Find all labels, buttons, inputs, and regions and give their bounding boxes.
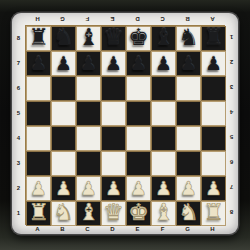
square-a7[interactable]: ♟ [26,51,51,76]
piece-black-king[interactable]: ♚ [128,26,149,49]
square-f5[interactable] [151,101,176,126]
rank-label-right-1: 1 [225,25,238,50]
rank-label-right-4: 4 [225,100,238,125]
square-h5[interactable] [201,101,226,126]
square-e3[interactable] [126,151,151,176]
square-b3[interactable] [51,151,76,176]
rank-label-left-2: 2 [12,175,25,200]
square-c7[interactable]: ♟ [76,51,101,76]
square-e7[interactable]: ♟ [126,51,151,76]
square-d7[interactable]: ♟ [101,51,126,76]
square-c8[interactable]: ♝ [76,26,101,51]
square-h8[interactable]: ♜ [201,26,226,51]
piece-white-bishop[interactable]: ♝ [153,201,174,224]
chess-board-panel: HGFEDCBA ABCDEFGH 87654321 12345678 ♜♞♝♛… [12,13,238,234]
piece-black-pawn[interactable]: ♟ [55,54,72,73]
square-c1[interactable]: ♝ [76,201,101,226]
square-h2[interactable]: ♟ [201,176,226,201]
square-e5[interactable] [126,101,151,126]
rank-label-right-3: 3 [225,75,238,100]
piece-white-pawn[interactable]: ♟ [130,179,147,198]
square-g7[interactable]: ♟ [176,51,201,76]
square-g4[interactable] [176,126,201,151]
piece-black-pawn[interactable]: ♟ [130,54,147,73]
square-f8[interactable]: ♝ [151,26,176,51]
square-d3[interactable] [101,151,126,176]
piece-black-pawn[interactable]: ♟ [80,54,97,73]
piece-black-rook[interactable]: ♜ [203,26,224,49]
rank-label-left-6: 6 [12,75,25,100]
rank-label-left-4: 4 [12,125,25,150]
square-a1[interactable]: ♜ [26,201,51,226]
rank-label-left-1: 1 [12,200,25,225]
square-f6[interactable] [151,76,176,101]
piece-white-pawn[interactable]: ♟ [155,179,172,198]
square-f3[interactable] [151,151,176,176]
piece-white-queen[interactable]: ♛ [103,201,124,224]
piece-black-pawn[interactable]: ♟ [180,54,197,73]
square-h4[interactable] [201,126,226,151]
square-d1[interactable]: ♛ [101,201,126,226]
square-g6[interactable] [176,76,201,101]
piece-white-king[interactable]: ♚ [128,201,149,224]
square-a6[interactable] [26,76,51,101]
square-e6[interactable] [126,76,151,101]
square-b6[interactable] [51,76,76,101]
piece-black-queen[interactable]: ♛ [103,26,124,49]
piece-black-pawn[interactable]: ♟ [205,54,222,73]
square-h1[interactable]: ♜ [201,201,226,226]
square-b4[interactable] [51,126,76,151]
photo-background: HGFEDCBA ABCDEFGH 87654321 12345678 ♜♞♝♛… [0,0,250,250]
piece-white-knight[interactable]: ♞ [53,201,74,224]
square-d8[interactable]: ♛ [101,26,126,51]
piece-black-pawn[interactable]: ♟ [105,54,122,73]
square-h3[interactable] [201,151,226,176]
square-a4[interactable] [26,126,51,151]
piece-white-pawn[interactable]: ♟ [205,179,222,198]
rank-label-right-7: 7 [225,175,238,200]
piece-white-rook[interactable]: ♜ [28,201,49,224]
square-b8[interactable]: ♞ [51,26,76,51]
square-b5[interactable] [51,101,76,126]
piece-white-bishop[interactable]: ♝ [78,201,99,224]
square-a2[interactable]: ♟ [26,176,51,201]
rank-label-right-2: 2 [225,50,238,75]
square-h7[interactable]: ♟ [201,51,226,76]
piece-white-pawn[interactable]: ♟ [55,179,72,198]
square-b2[interactable]: ♟ [51,176,76,201]
piece-black-rook[interactable]: ♜ [28,26,49,49]
piece-black-bishop[interactable]: ♝ [78,26,99,49]
square-b1[interactable]: ♞ [51,201,76,226]
square-b7[interactable]: ♟ [51,51,76,76]
rank-label-left-3: 3 [12,150,25,175]
square-e4[interactable] [126,126,151,151]
square-a5[interactable] [26,101,51,126]
square-g2[interactable]: ♟ [176,176,201,201]
square-d5[interactable] [101,101,126,126]
square-d2[interactable]: ♟ [101,176,126,201]
rank-labels-left: 87654321 [12,25,25,225]
rank-label-right-8: 8 [225,200,238,225]
square-a8[interactable]: ♜ [26,26,51,51]
piece-white-pawn[interactable]: ♟ [30,179,47,198]
piece-black-pawn[interactable]: ♟ [155,54,172,73]
square-g8[interactable]: ♞ [176,26,201,51]
piece-black-knight[interactable]: ♞ [178,26,199,49]
piece-white-pawn[interactable]: ♟ [105,179,122,198]
rank-label-right-5: 5 [225,125,238,150]
piece-white-knight[interactable]: ♞ [178,201,199,224]
piece-black-pawn[interactable]: ♟ [30,54,47,73]
square-f4[interactable] [151,126,176,151]
piece-white-pawn[interactable]: ♟ [80,179,97,198]
rank-label-left-7: 7 [12,50,25,75]
square-e1[interactable]: ♚ [126,201,151,226]
square-h6[interactable] [201,76,226,101]
square-c2[interactable]: ♟ [76,176,101,201]
rank-label-left-8: 8 [12,25,25,50]
square-e8[interactable]: ♚ [126,26,151,51]
square-a3[interactable] [26,151,51,176]
square-c6[interactable] [76,76,101,101]
square-g3[interactable] [176,151,201,176]
square-f7[interactable]: ♟ [151,51,176,76]
square-f2[interactable]: ♟ [151,176,176,201]
square-d4[interactable] [101,126,126,151]
square-e2[interactable]: ♟ [126,176,151,201]
square-c3[interactable] [76,151,101,176]
square-d6[interactable] [101,76,126,101]
chess-grid: ♜♞♝♛♚♝♞♜♟♟♟♟♟♟♟♟♟♟♟♟♟♟♟♟♜♞♝♛♚♝♞♜ [25,25,225,225]
rank-labels-right: 12345678 [225,25,238,225]
square-c4[interactable] [76,126,101,151]
square-g5[interactable] [176,101,201,126]
piece-black-knight[interactable]: ♞ [53,26,74,49]
piece-white-rook[interactable]: ♜ [203,201,224,224]
square-g1[interactable]: ♞ [176,201,201,226]
square-f1[interactable]: ♝ [151,201,176,226]
rank-label-right-6: 6 [225,150,238,175]
square-c5[interactable] [76,101,101,126]
piece-black-bishop[interactable]: ♝ [153,26,174,49]
piece-white-pawn[interactable]: ♟ [180,179,197,198]
rank-label-left-5: 5 [12,100,25,125]
